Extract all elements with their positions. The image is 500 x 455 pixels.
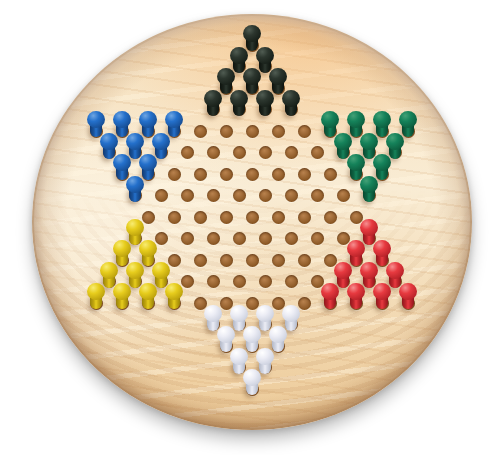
- peg-black[interactable]: [230, 90, 248, 116]
- peg-blue[interactable]: [126, 176, 144, 202]
- board-hole[interactable]: [181, 146, 194, 159]
- peg-white[interactable]: [243, 369, 261, 395]
- board-hole[interactable]: [207, 146, 220, 159]
- board-hole[interactable]: [220, 168, 233, 181]
- board-hole[interactable]: [285, 189, 298, 202]
- peg-red[interactable]: [399, 283, 417, 309]
- peg-yellow[interactable]: [113, 283, 131, 309]
- board-hole[interactable]: [246, 125, 259, 138]
- board-hole[interactable]: [155, 189, 168, 202]
- board-hole[interactable]: [272, 211, 285, 224]
- board-hole[interactable]: [181, 189, 194, 202]
- peg-black[interactable]: [282, 90, 300, 116]
- board-hole[interactable]: [311, 189, 324, 202]
- board-hole[interactable]: [194, 254, 207, 267]
- board-hole[interactable]: [285, 146, 298, 159]
- board-hole[interactable]: [259, 189, 272, 202]
- board-hole[interactable]: [298, 254, 311, 267]
- board-hole[interactable]: [207, 189, 220, 202]
- board-hole[interactable]: [285, 275, 298, 288]
- board-hole[interactable]: [272, 125, 285, 138]
- chinese-checkers-board: [32, 14, 472, 430]
- peg-yellow[interactable]: [87, 283, 105, 309]
- board-hole[interactable]: [194, 211, 207, 224]
- board-hole[interactable]: [246, 254, 259, 267]
- board-hole[interactable]: [233, 232, 246, 245]
- product-photo-canvas: [0, 0, 500, 455]
- board-hole[interactable]: [233, 146, 246, 159]
- peg-yellow[interactable]: [165, 283, 183, 309]
- board-hole[interactable]: [259, 232, 272, 245]
- board-hole[interactable]: [220, 254, 233, 267]
- board-hole[interactable]: [207, 232, 220, 245]
- board-hole[interactable]: [311, 146, 324, 159]
- peg-red[interactable]: [373, 283, 391, 309]
- peg-black[interactable]: [204, 90, 222, 116]
- board-hole[interactable]: [220, 211, 233, 224]
- peg-green[interactable]: [360, 176, 378, 202]
- board-hole[interactable]: [324, 168, 337, 181]
- board-hole[interactable]: [181, 232, 194, 245]
- board-hole[interactable]: [298, 125, 311, 138]
- board-hole[interactable]: [246, 211, 259, 224]
- board-hole[interactable]: [337, 189, 350, 202]
- board-hole[interactable]: [298, 168, 311, 181]
- board-hole[interactable]: [285, 232, 298, 245]
- board-hole[interactable]: [220, 125, 233, 138]
- board-hole[interactable]: [272, 254, 285, 267]
- board-hole[interactable]: [246, 168, 259, 181]
- peg-red[interactable]: [321, 283, 339, 309]
- board-hole[interactable]: [272, 168, 285, 181]
- peg-red[interactable]: [347, 283, 365, 309]
- board-hole[interactable]: [259, 275, 272, 288]
- board-hole[interactable]: [194, 168, 207, 181]
- board-hole[interactable]: [259, 146, 272, 159]
- board-hole[interactable]: [207, 275, 220, 288]
- peg-black[interactable]: [256, 90, 274, 116]
- board-hole[interactable]: [311, 232, 324, 245]
- board-hole[interactable]: [324, 211, 337, 224]
- peg-yellow[interactable]: [139, 283, 157, 309]
- board-hole[interactable]: [298, 211, 311, 224]
- board-hole[interactable]: [233, 189, 246, 202]
- board-hole[interactable]: [168, 168, 181, 181]
- board-hole[interactable]: [233, 275, 246, 288]
- board-hole[interactable]: [168, 211, 181, 224]
- board-hole[interactable]: [194, 125, 207, 138]
